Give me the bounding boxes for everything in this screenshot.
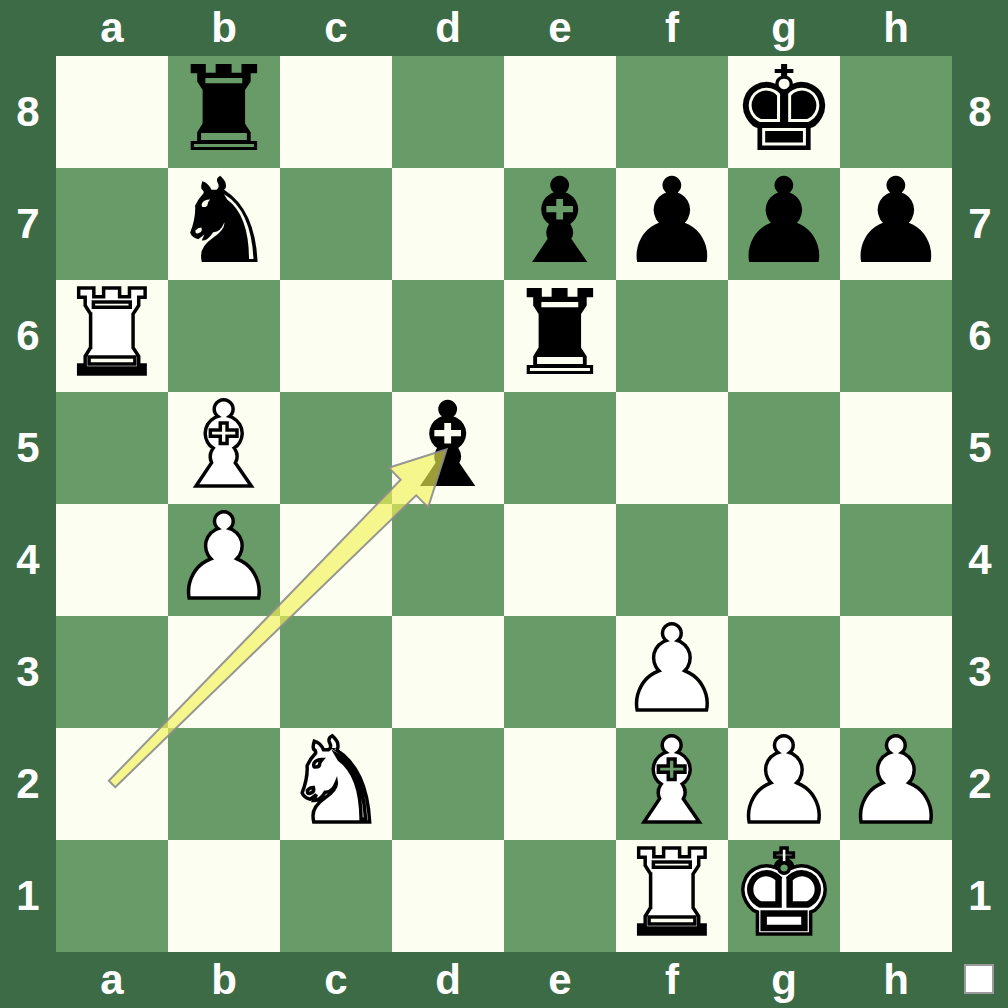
file-label-h: h: [840, 952, 952, 1008]
rank-label-8: 8: [952, 56, 1008, 168]
piece-white-rook[interactable]: ♜: [59, 277, 165, 389]
square-f1[interactable]: ♜: [616, 840, 728, 952]
piece-black-king[interactable]: ♚: [731, 53, 837, 165]
rank-label-4: 4: [952, 504, 1008, 616]
square-d3[interactable]: [392, 616, 504, 728]
piece-white-pawn[interactable]: ♟: [171, 501, 277, 613]
rank-label-7: 7: [0, 168, 56, 280]
board-grid: ♜♚♞♝♟♟♟♜♜♝♝♟♟♞♝♟♟♜♚: [56, 56, 952, 952]
square-d4[interactable]: [392, 504, 504, 616]
piece-white-king[interactable]: ♚: [731, 837, 837, 949]
square-h2[interactable]: ♟: [840, 728, 952, 840]
square-a2[interactable]: [56, 728, 168, 840]
square-h5[interactable]: [840, 392, 952, 504]
rank-label-2: 2: [0, 728, 56, 840]
file-label-c: c: [280, 952, 392, 1008]
rank-labels-right: 87654321: [952, 56, 1008, 952]
piece-black-pawn[interactable]: ♟: [843, 165, 949, 277]
square-g5[interactable]: [728, 392, 840, 504]
rank-label-3: 3: [0, 616, 56, 728]
square-e3[interactable]: [504, 616, 616, 728]
square-e4[interactable]: [504, 504, 616, 616]
rank-label-6: 6: [0, 280, 56, 392]
rank-label-4: 4: [0, 504, 56, 616]
file-label-a: a: [56, 952, 168, 1008]
piece-white-knight[interactable]: ♞: [283, 725, 389, 837]
square-d2[interactable]: [392, 728, 504, 840]
square-a3[interactable]: [56, 616, 168, 728]
piece-black-bishop[interactable]: ♝: [395, 389, 501, 501]
piece-white-pawn[interactable]: ♟: [619, 613, 725, 725]
square-a6[interactable]: ♜: [56, 280, 168, 392]
file-label-a: a: [56, 0, 168, 56]
file-label-h: h: [840, 0, 952, 56]
rank-label-5: 5: [0, 392, 56, 504]
square-h4[interactable]: [840, 504, 952, 616]
square-g7[interactable]: ♟: [728, 168, 840, 280]
square-b2[interactable]: [168, 728, 280, 840]
square-c4[interactable]: [280, 504, 392, 616]
rank-label-6: 6: [952, 280, 1008, 392]
piece-white-rook[interactable]: ♜: [619, 837, 725, 949]
rank-label-3: 3: [952, 616, 1008, 728]
rank-label-2: 2: [952, 728, 1008, 840]
square-c1[interactable]: [280, 840, 392, 952]
piece-black-knight[interactable]: ♞: [171, 165, 277, 277]
square-a5[interactable]: [56, 392, 168, 504]
square-f7[interactable]: ♟: [616, 168, 728, 280]
file-label-d: d: [392, 0, 504, 56]
square-c8[interactable]: [280, 56, 392, 168]
file-label-d: d: [392, 952, 504, 1008]
file-label-c: c: [280, 0, 392, 56]
square-a4[interactable]: [56, 504, 168, 616]
square-e2[interactable]: [504, 728, 616, 840]
rank-label-8: 8: [0, 56, 56, 168]
piece-black-pawn[interactable]: ♟: [619, 165, 725, 277]
square-h1[interactable]: [840, 840, 952, 952]
square-d7[interactable]: [392, 168, 504, 280]
square-f6[interactable]: [616, 280, 728, 392]
square-c2[interactable]: ♞: [280, 728, 392, 840]
square-c6[interactable]: [280, 280, 392, 392]
rank-label-7: 7: [952, 168, 1008, 280]
piece-white-pawn[interactable]: ♟: [731, 725, 837, 837]
rank-label-5: 5: [952, 392, 1008, 504]
piece-black-rook[interactable]: ♜: [171, 53, 277, 165]
piece-white-bishop[interactable]: ♝: [171, 389, 277, 501]
piece-white-bishop[interactable]: ♝: [619, 725, 725, 837]
square-g6[interactable]: [728, 280, 840, 392]
rank-labels-left: 87654321: [0, 56, 56, 952]
square-d8[interactable]: [392, 56, 504, 168]
square-c7[interactable]: [280, 168, 392, 280]
rank-label-1: 1: [0, 840, 56, 952]
square-e6[interactable]: ♜: [504, 280, 616, 392]
rank-label-1: 1: [952, 840, 1008, 952]
piece-white-pawn[interactable]: ♟: [843, 725, 949, 837]
square-b7[interactable]: ♞: [168, 168, 280, 280]
square-c5[interactable]: [280, 392, 392, 504]
square-b3[interactable]: [168, 616, 280, 728]
piece-black-pawn[interactable]: ♟: [731, 165, 837, 277]
square-e1[interactable]: [504, 840, 616, 952]
square-a1[interactable]: [56, 840, 168, 952]
piece-black-bishop[interactable]: ♝: [507, 165, 613, 277]
piece-black-rook[interactable]: ♜: [507, 277, 613, 389]
square-f5[interactable]: [616, 392, 728, 504]
square-b4[interactable]: ♟: [168, 504, 280, 616]
chessboard: abcdefgh abcdefgh 87654321 87654321 ♜♚♞♝…: [0, 0, 1008, 1008]
square-b1[interactable]: [168, 840, 280, 952]
square-e5[interactable]: [504, 392, 616, 504]
white-to-move-indicator: [964, 964, 994, 994]
square-d1[interactable]: [392, 840, 504, 952]
square-g1[interactable]: ♚: [728, 840, 840, 952]
file-label-e: e: [504, 0, 616, 56]
square-h6[interactable]: [840, 280, 952, 392]
square-a8[interactable]: [56, 56, 168, 168]
file-label-f: f: [616, 0, 728, 56]
square-g4[interactable]: [728, 504, 840, 616]
file-label-b: b: [168, 952, 280, 1008]
square-d5[interactable]: ♝: [392, 392, 504, 504]
square-h7[interactable]: ♟: [840, 168, 952, 280]
file-label-e: e: [504, 952, 616, 1008]
